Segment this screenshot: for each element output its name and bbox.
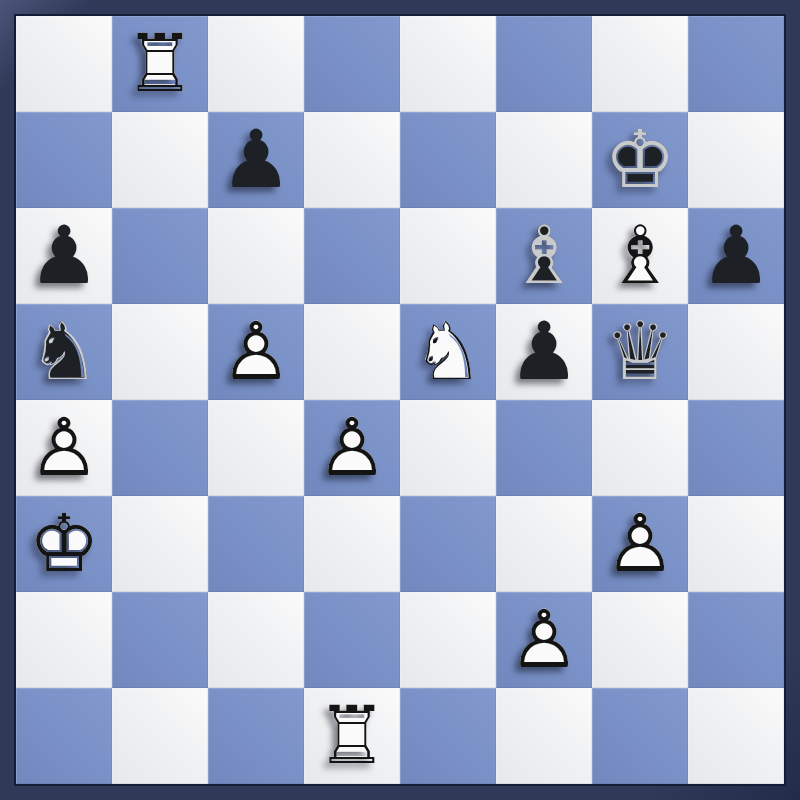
white-pawn-outline: ♙ [304,400,400,496]
square-h3[interactable] [688,496,784,592]
white-pawn-outline: ♙ [496,592,592,688]
square-g7[interactable]: ♚♔ [592,112,688,208]
white-king-piece: ♚ [16,496,112,592]
board-frame: ♜♖♟♚♔♟♝♗♝♗♟♞♘♟♙♞♘♟♛♕♟♙♟♙♚♔♟♙♟♙♜♖ [0,0,800,800]
white-pawn-piece: ♟ [16,400,112,496]
white-pawn-piece: ♟ [304,400,400,496]
black-bishop-piece: ♝ [496,208,592,304]
square-b1[interactable] [112,688,208,784]
square-a3[interactable]: ♚♔ [16,496,112,592]
white-knight-outline: ♘ [400,304,496,400]
black-queen-outline: ♕ [592,304,688,400]
square-d8[interactable] [304,16,400,112]
white-rook-outline: ♖ [112,16,208,112]
white-pawn-piece: ♟ [592,496,688,592]
white-pawn-outline: ♙ [592,496,688,592]
black-pawn-piece: ♟ [208,112,304,208]
black-pawn-piece: ♟ [496,304,592,400]
white-bishop-piece: ♝ [592,208,688,304]
black-knight-outline: ♘ [16,304,112,400]
square-d4[interactable]: ♟♙ [304,400,400,496]
black-knight-piece: ♞ [16,304,112,400]
square-g1[interactable] [592,688,688,784]
square-d5[interactable] [304,304,400,400]
square-c3[interactable] [208,496,304,592]
square-h2[interactable] [688,592,784,688]
square-a8[interactable] [16,16,112,112]
square-e6[interactable] [400,208,496,304]
square-e7[interactable] [400,112,496,208]
black-king-piece: ♚ [592,112,688,208]
square-c2[interactable] [208,592,304,688]
square-a7[interactable] [16,112,112,208]
square-a4[interactable]: ♟♙ [16,400,112,496]
square-c5[interactable]: ♟♙ [208,304,304,400]
square-f6[interactable]: ♝♗ [496,208,592,304]
square-e5[interactable]: ♞♘ [400,304,496,400]
square-c8[interactable] [208,16,304,112]
white-pawn-piece: ♟ [208,304,304,400]
white-rook-piece: ♜ [304,688,400,784]
white-pawn-piece: ♟ [496,592,592,688]
square-a2[interactable] [16,592,112,688]
square-c7[interactable]: ♟ [208,112,304,208]
square-b2[interactable] [112,592,208,688]
square-e1[interactable] [400,688,496,784]
square-b6[interactable] [112,208,208,304]
square-h7[interactable] [688,112,784,208]
black-king-outline: ♔ [592,112,688,208]
square-b7[interactable] [112,112,208,208]
square-e2[interactable] [400,592,496,688]
square-d1[interactable]: ♜♖ [304,688,400,784]
square-b8[interactable]: ♜♖ [112,16,208,112]
square-f3[interactable] [496,496,592,592]
square-e8[interactable] [400,16,496,112]
square-e3[interactable] [400,496,496,592]
white-bishop-outline: ♗ [592,208,688,304]
square-a1[interactable] [16,688,112,784]
square-h6[interactable]: ♟ [688,208,784,304]
square-g3[interactable]: ♟♙ [592,496,688,592]
square-d7[interactable] [304,112,400,208]
square-h5[interactable] [688,304,784,400]
square-h4[interactable] [688,400,784,496]
white-rook-piece: ♜ [112,16,208,112]
square-g5[interactable]: ♛♕ [592,304,688,400]
square-d6[interactable] [304,208,400,304]
square-f4[interactable] [496,400,592,496]
square-a6[interactable]: ♟ [16,208,112,304]
black-bishop-outline: ♗ [496,208,592,304]
white-pawn-outline: ♙ [208,304,304,400]
square-b5[interactable] [112,304,208,400]
square-h1[interactable] [688,688,784,784]
white-rook-outline: ♖ [304,688,400,784]
square-d3[interactable] [304,496,400,592]
square-f5[interactable]: ♟ [496,304,592,400]
white-pawn-outline: ♙ [16,400,112,496]
square-g4[interactable] [592,400,688,496]
square-a5[interactable]: ♞♘ [16,304,112,400]
white-king-outline: ♔ [16,496,112,592]
square-b3[interactable] [112,496,208,592]
square-d2[interactable] [304,592,400,688]
white-knight-piece: ♞ [400,304,496,400]
square-f8[interactable] [496,16,592,112]
square-c6[interactable] [208,208,304,304]
black-pawn-piece: ♟ [688,208,784,304]
square-g2[interactable] [592,592,688,688]
square-c4[interactable] [208,400,304,496]
square-f7[interactable] [496,112,592,208]
square-c1[interactable] [208,688,304,784]
square-g8[interactable] [592,16,688,112]
square-g6[interactable]: ♝♗ [592,208,688,304]
square-f1[interactable] [496,688,592,784]
square-h8[interactable] [688,16,784,112]
chess-board: ♜♖♟♚♔♟♝♗♝♗♟♞♘♟♙♞♘♟♛♕♟♙♟♙♚♔♟♙♟♙♜♖ [16,16,784,784]
square-f2[interactable]: ♟♙ [496,592,592,688]
black-queen-piece: ♛ [592,304,688,400]
square-b4[interactable] [112,400,208,496]
black-pawn-piece: ♟ [16,208,112,304]
square-e4[interactable] [400,400,496,496]
